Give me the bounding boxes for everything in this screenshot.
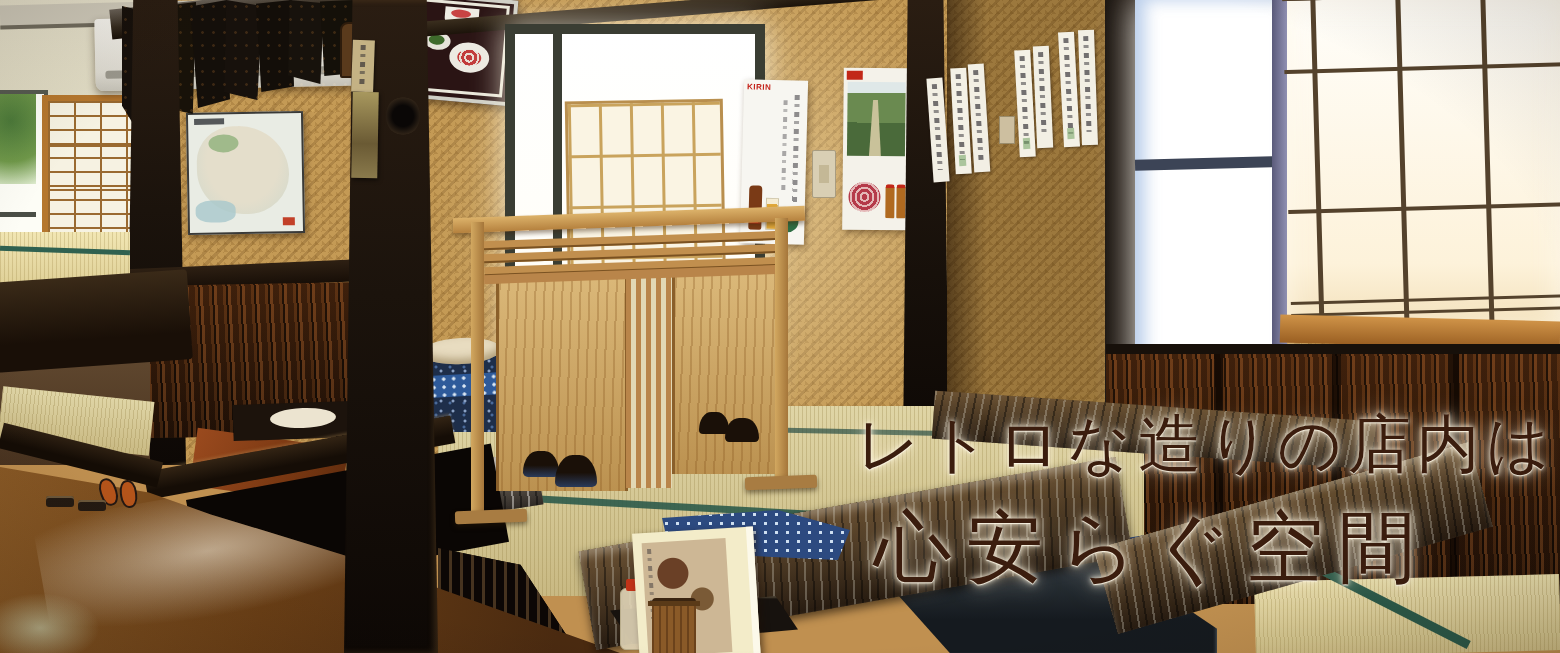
post-knot-medallion: [386, 96, 420, 136]
foliage-view: [0, 94, 36, 184]
menu-strip-writing: [973, 70, 983, 160]
partition-stile-left: [471, 222, 484, 522]
restaurant-interior-photo: KIRIN: [0, 0, 1560, 653]
menu-strip-writing: [1038, 52, 1047, 136]
dark-slab-bench: [0, 269, 193, 372]
meat-rosette: [848, 182, 880, 212]
caption-line-2: 心安らぐ空間: [874, 496, 1430, 601]
partition-slat-window: [626, 276, 672, 488]
tatami-edge-strip: [0, 246, 130, 256]
hanging-wood-tag: [351, 40, 375, 93]
map-sea: [195, 200, 235, 223]
partition-foot: [745, 475, 817, 491]
right-shoji-screen: [1287, 0, 1560, 330]
geta-sandal: [78, 500, 106, 511]
beer-brand-logo: KIRIN: [747, 82, 772, 92]
caption-line-1: レトロな造りの店内は: [856, 402, 1556, 488]
fan-cutout: [523, 451, 559, 477]
window-sash-bar: [1135, 156, 1277, 171]
partition-screen: [440, 200, 820, 540]
wood-post-middle: [903, 0, 949, 452]
tag-calligraphy: [359, 45, 365, 87]
partition-stile-right: [775, 218, 788, 480]
poster-bottle: [896, 184, 905, 218]
menu-strip-writing: [956, 74, 965, 160]
partition-foot: [455, 509, 527, 525]
menu-price-mark: [1067, 128, 1075, 139]
menu-strip-writing: [1063, 38, 1073, 134]
menu-strip-writing: [1020, 56, 1030, 144]
partition-panel-right: [672, 274, 784, 474]
map-legend-mark: [283, 217, 295, 225]
light-switch: [812, 150, 836, 198]
fan-cutout: [555, 455, 597, 487]
fan-cutout: [699, 412, 729, 434]
poster-bottle: [885, 184, 894, 218]
poster-red-tag: [847, 71, 863, 80]
wooden-shaker: [652, 598, 696, 653]
floor-green-reflection: [0, 593, 100, 653]
poster-vertical-text: [792, 95, 800, 205]
shaker-handle: [648, 601, 700, 606]
fan-cutout: [725, 418, 759, 442]
poster-landscape-photo: [847, 82, 906, 157]
shoji-mullions: [1282, 0, 1560, 338]
menu-strip-writing: [1083, 36, 1091, 132]
geta-sandal: [46, 496, 74, 507]
poster-path: [869, 100, 882, 156]
meat-poster: [842, 68, 910, 231]
partition-panel-left: [496, 276, 628, 491]
hanging-tag-long: [351, 92, 378, 178]
menu-price-mark: [959, 155, 967, 166]
switch-button: [819, 165, 829, 183]
menu-strip-writing: [932, 84, 943, 170]
poster-vertical-text: [781, 100, 787, 190]
light-switch-small: [999, 116, 1015, 144]
window-sash-bar: [0, 212, 36, 217]
menu-price-mark: [1023, 138, 1031, 149]
